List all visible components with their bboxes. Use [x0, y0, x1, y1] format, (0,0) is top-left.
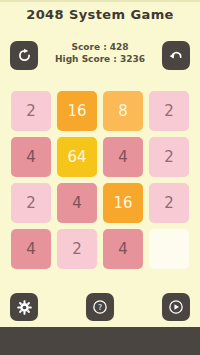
- tile-4-r3c2: 4: [57, 183, 97, 223]
- svg-text:?: ?: [98, 303, 102, 312]
- navigation-bar: [0, 327, 200, 355]
- score-label: Score :: [71, 42, 106, 52]
- tile-2-r1c1: 2: [11, 91, 51, 131]
- page-title: 2048 System Game: [0, 7, 200, 22]
- tile-64-r2c2: 64: [57, 137, 97, 177]
- high-score-value: 3236: [120, 54, 145, 64]
- help-icon: ?: [91, 298, 109, 316]
- play-button[interactable]: [162, 293, 190, 321]
- settings-button[interactable]: [10, 293, 38, 321]
- tile-2-r1c4: 2: [149, 91, 189, 131]
- score-value: 428: [110, 42, 129, 52]
- gear-icon: [16, 299, 33, 316]
- tile-16-r3c3: 16: [103, 183, 143, 223]
- tile-2-r3c1: 2: [11, 183, 51, 223]
- tile-4-r4c1: 4: [11, 229, 51, 269]
- tile-8-r1c3: 8: [103, 91, 143, 131]
- tile-16-r1c2: 16: [57, 91, 97, 131]
- play-icon: [167, 298, 185, 316]
- board[interactable]: 216824644224162424: [11, 91, 189, 269]
- tile-2-r3c4: 2: [149, 183, 189, 223]
- high-score-label: High Score :: [55, 54, 117, 64]
- tile-2-r2c4: 2: [149, 137, 189, 177]
- help-button[interactable]: ?: [86, 293, 114, 321]
- undo-button[interactable]: [162, 41, 190, 70]
- tile-4-r2c3: 4: [103, 137, 143, 177]
- tile-2-r4c2: 2: [57, 229, 97, 269]
- tile-4-r4c3: 4: [103, 229, 143, 269]
- screen-top-edge: [0, 0, 200, 2]
- tile-4-r2c1: 4: [11, 137, 51, 177]
- undo-icon: [168, 47, 185, 64]
- empty-cell-r4c4: [149, 229, 189, 269]
